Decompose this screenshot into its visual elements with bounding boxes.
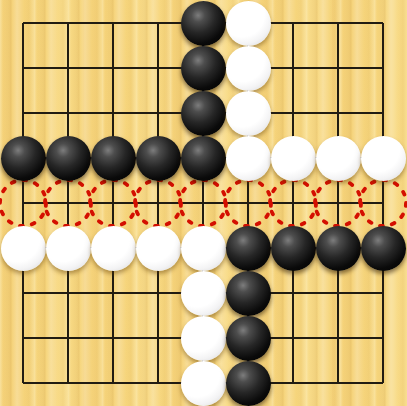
black-stone[interactable]: ● — [136, 136, 181, 181]
white-stone[interactable]: ○ — [181, 316, 226, 361]
white-stone[interactable]: ○ — [46, 226, 91, 271]
black-stone[interactable]: ● — [181, 1, 226, 46]
black-stone[interactable]: ● — [316, 226, 361, 271]
white-stone[interactable]: ○ — [226, 91, 271, 136]
white-stone[interactable]: ○ — [91, 226, 136, 271]
white-stone[interactable]: ○ — [271, 136, 316, 181]
go-board[interactable]: ●○●○●○●●●●●○○○○○○○○○●●●●○●○●○● — [0, 0, 407, 406]
black-stone[interactable]: ● — [226, 226, 271, 271]
white-stone[interactable]: ○ — [1, 226, 46, 271]
white-stone[interactable]: ○ — [136, 226, 181, 271]
black-stone[interactable]: ● — [181, 46, 226, 91]
black-stone[interactable]: ● — [1, 136, 46, 181]
black-stone[interactable]: ● — [46, 136, 91, 181]
black-stone[interactable]: ● — [91, 136, 136, 181]
black-stone[interactable]: ● — [226, 271, 271, 316]
black-stone[interactable]: ● — [361, 226, 406, 271]
white-stone[interactable]: ○ — [316, 136, 361, 181]
white-stone[interactable]: ○ — [226, 1, 271, 46]
white-stone[interactable]: ○ — [181, 361, 226, 406]
black-stone[interactable]: ● — [181, 91, 226, 136]
black-stone[interactable]: ● — [271, 226, 316, 271]
white-stone[interactable]: ○ — [361, 136, 406, 181]
black-stone[interactable]: ● — [226, 361, 271, 406]
white-stone[interactable]: ○ — [181, 226, 226, 271]
white-stone[interactable]: ○ — [226, 46, 271, 91]
white-stone[interactable]: ○ — [226, 136, 271, 181]
black-stone[interactable]: ● — [226, 316, 271, 361]
black-stone[interactable]: ● — [181, 136, 226, 181]
white-stone[interactable]: ○ — [181, 271, 226, 316]
